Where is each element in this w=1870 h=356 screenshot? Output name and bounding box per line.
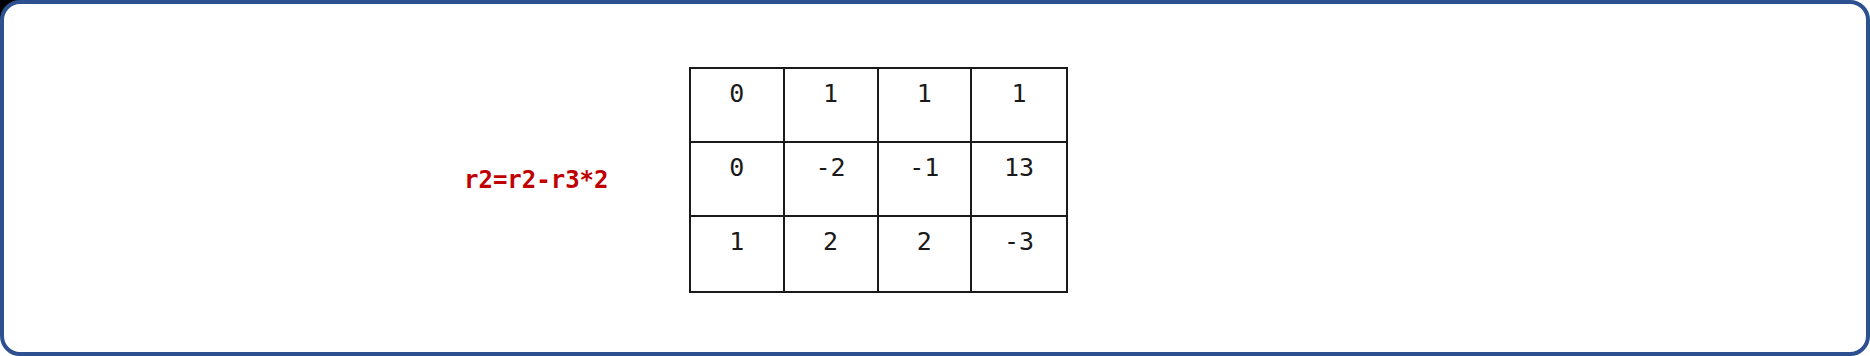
matrix-cell-r3c2: 2 [785,217,879,291]
matrix-cell-r2c1: 0 [691,143,785,217]
matrix-cell-r1c3: 1 [879,69,973,143]
matrix-cell-r2c3: -1 [879,143,973,217]
matrix-cell-r1c2: 1 [785,69,879,143]
matrix-cell-r3c4: -3 [972,217,1066,291]
matrix-cell-r3c1: 1 [691,217,785,291]
matrix-cell-r1c1: 0 [691,69,785,143]
matrix-cell-r1c4: 1 [972,69,1066,143]
row-operation-label: r2=r2-r3*2 [464,166,609,194]
page: { "game": "matrix-row-reduction", "posit… [0,0,1870,356]
matrix-cell-r2c2: -2 [785,143,879,217]
matrix-cell-r2c4: 13 [972,143,1066,217]
matrix-grid: 0 1 1 1 0 -2 -1 13 1 2 2 -3 [689,67,1068,293]
matrix-cell-r3c3: 2 [879,217,973,291]
